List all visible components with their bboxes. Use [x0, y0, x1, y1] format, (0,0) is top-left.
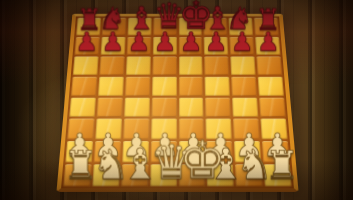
piece-red-pawn[interactable]: ♟: [256, 29, 280, 53]
square-d7[interactable]: ♟: [152, 37, 176, 55]
chess-board: ♜♞♝♛♚♝♞♜♟♟♟♟♟♟♟♟♟♟♟♟♟♟♟♟♜♞♝♛♚♝♞♜: [56, 14, 298, 192]
piece-red-pawn[interactable]: ♟: [75, 29, 99, 53]
piece-red-pawn[interactable]: ♟: [178, 29, 202, 53]
square-f5[interactable]: [205, 76, 230, 95]
square-f4[interactable]: [205, 97, 231, 117]
square-b4[interactable]: [97, 97, 123, 117]
piece-red-pawn[interactable]: ♟: [127, 29, 151, 53]
square-c6[interactable]: [126, 56, 151, 75]
piece-red-pawn[interactable]: ♟: [153, 29, 177, 53]
square-b5[interactable]: [98, 76, 124, 95]
square-f7[interactable]: ♟: [204, 37, 228, 55]
square-h7[interactable]: ♟: [255, 37, 280, 55]
square-g4[interactable]: [232, 97, 258, 117]
square-h1[interactable]: ♜: [264, 164, 292, 186]
square-g7[interactable]: ♟: [230, 37, 255, 55]
square-e1[interactable]: ♚: [179, 164, 206, 186]
square-d6[interactable]: [152, 56, 176, 75]
square-c4[interactable]: [124, 97, 150, 117]
piece-white-king[interactable]: ♚: [179, 135, 206, 184]
square-e4[interactable]: [179, 97, 204, 117]
square-c1[interactable]: ♝: [121, 164, 148, 186]
square-e5[interactable]: [178, 76, 203, 95]
piece-red-pawn[interactable]: ♟: [204, 29, 228, 53]
square-a4[interactable]: [69, 97, 96, 117]
chess-game-screen: ♜♞♝♛♚♝♞♜♟♟♟♟♟♟♟♟♟♟♟♟♟♟♟♟♜♞♝♛♚♝♞♜: [0, 0, 353, 200]
square-h6[interactable]: [257, 56, 283, 75]
piece-white-bishop[interactable]: ♝: [121, 144, 148, 184]
piece-red-pawn[interactable]: ♟: [230, 29, 254, 53]
square-e7[interactable]: ♟: [178, 37, 202, 55]
piece-red-pawn[interactable]: ♟: [101, 29, 125, 53]
square-g5[interactable]: [231, 76, 257, 95]
piece-white-queen[interactable]: ♛: [150, 140, 177, 185]
square-h4[interactable]: [259, 97, 286, 117]
square-d5[interactable]: [152, 76, 177, 95]
square-b6[interactable]: [99, 56, 124, 75]
piece-white-rook[interactable]: ♜: [64, 148, 91, 185]
square-c5[interactable]: [125, 76, 150, 95]
square-d4[interactable]: [151, 97, 176, 117]
square-a6[interactable]: [73, 56, 99, 75]
square-h5[interactable]: [258, 76, 284, 95]
square-a5[interactable]: [71, 76, 97, 95]
square-b7[interactable]: ♟: [101, 37, 126, 55]
square-a7[interactable]: ♟: [75, 37, 100, 55]
square-g6[interactable]: [230, 56, 255, 75]
square-d1[interactable]: ♛: [150, 164, 177, 186]
square-c7[interactable]: ♟: [127, 37, 151, 55]
square-f6[interactable]: [204, 56, 229, 75]
piece-white-rook[interactable]: ♜: [265, 148, 292, 185]
square-e6[interactable]: [178, 56, 202, 75]
square-a1[interactable]: ♜: [63, 164, 91, 186]
